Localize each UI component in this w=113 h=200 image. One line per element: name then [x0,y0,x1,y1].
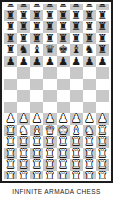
square: ♜ [96,159,109,171]
square: ♜ [96,136,109,148]
square: ♜ [4,44,17,56]
square: ♟ [57,56,70,68]
black-rook: ♜ [98,21,108,33]
square: ♝ [30,44,43,56]
chess-board-viewport: ♜♜♜♜♜♜♜♜♜♜♜♜♜♜♜♜♜♜♜♜♜♜♜♜♜♜♜♜♜♜♜♜♜♞♝♛♚♝♞♜… [4,4,109,179]
black-rook: ♜ [6,21,16,33]
black-pawn: ♟ [98,56,108,68]
square: ♜ [4,136,17,148]
square: ♜ [43,159,56,171]
black-rook: ♜ [19,21,29,33]
white-rook: ♜ [32,171,42,180]
white-rook: ♜ [32,136,42,148]
square: ♜ [4,21,17,33]
square [83,67,96,79]
square [83,90,96,102]
square: ♜ [17,171,30,180]
square: ♜ [57,21,70,33]
white-rook: ♜ [71,171,81,180]
black-queen: ♛ [45,44,55,56]
square: ♟ [96,56,109,68]
square: ♞ [83,44,96,56]
caption: INFINITE ARMADA CHESS [12,188,101,195]
black-king: ♚ [58,44,68,56]
square: ♜ [83,21,96,33]
black-rook: ♜ [71,21,81,33]
white-rook: ♜ [32,159,42,171]
square [96,90,109,102]
infinite-armada-chess-figure: ♜♜♜♜♜♜♜♜♜♜♜♜♜♜♜♜♜♜♜♜♜♜♜♜♜♜♜♜♜♜♜♜♜♞♝♛♚♝♞♜… [0,0,113,200]
black-rook: ♜ [32,21,42,33]
black-bishop: ♝ [32,44,42,56]
caption-bar: INFINITE ARMADA CHESS [0,183,113,200]
square [70,90,83,102]
square: ♜ [96,21,109,33]
square: ♜ [17,21,30,33]
white-pawn: ♟ [84,113,94,125]
square [17,67,30,79]
black-pawn: ♟ [45,56,55,68]
white-rook: ♜ [58,159,68,171]
black-pawn: ♟ [58,56,68,68]
square: ♜ [83,136,96,148]
square: ♜ [30,159,43,171]
square: ♟ [43,56,56,68]
white-rook: ♜ [45,171,55,180]
white-rook: ♜ [19,159,29,171]
black-pawn: ♟ [6,56,16,68]
square: ♟ [30,113,43,125]
white-rook: ♜ [71,159,81,171]
square: ♜ [30,21,43,33]
white-rook: ♜ [84,159,94,171]
square: ♟ [57,113,70,125]
square: ♜ [57,136,70,148]
square: ♜ [43,136,56,148]
square [57,79,70,91]
square: ♟ [30,56,43,68]
chess-board: ♜♜♜♜♜♜♜♜♜♜♜♜♜♜♜♜♜♜♜♜♜♜♜♜♜♜♜♜♜♜♜♜♜♞♝♛♚♝♞♜… [4,4,109,179]
square: ♜ [4,159,17,171]
square [57,90,70,102]
square: ♟ [4,56,17,68]
square [96,79,109,91]
square: ♟ [70,56,83,68]
white-rook: ♜ [6,159,16,171]
square [43,90,56,102]
square: ♞ [17,44,30,56]
square [17,90,30,102]
square: ♜ [70,159,83,171]
white-rook: ♜ [58,136,68,148]
square: ♜ [17,159,30,171]
square [43,67,56,79]
square: ♜ [43,171,56,180]
square: ♜ [96,44,109,56]
square: ♜ [57,159,70,171]
white-rook: ♜ [98,136,108,148]
white-pawn: ♟ [6,113,16,125]
white-rook: ♜ [84,171,94,180]
square: ♟ [70,113,83,125]
white-pawn: ♟ [98,113,108,125]
square: ♜ [17,136,30,148]
white-rook: ♜ [45,159,55,171]
square: ♜ [30,171,43,180]
square: ♛ [43,44,56,56]
white-pawn: ♟ [32,113,42,125]
square: ♜ [30,136,43,148]
square: ♟ [96,113,109,125]
square [83,79,96,91]
square [43,79,56,91]
square: ♟ [83,113,96,125]
black-pawn: ♟ [32,56,42,68]
square: ♜ [43,21,56,33]
white-rook: ♜ [45,136,55,148]
white-rook: ♜ [19,136,29,148]
square [70,79,83,91]
black-pawn: ♟ [19,56,29,68]
square [57,67,70,79]
white-rook: ♜ [84,136,94,148]
white-pawn: ♟ [58,113,68,125]
square: ♜ [70,171,83,180]
square: ♜ [83,159,96,171]
square: ♜ [70,21,83,33]
chess-board-frame: ♜♜♜♜♜♜♜♜♜♜♜♜♜♜♜♜♜♜♜♜♜♜♜♜♜♜♜♜♜♜♜♜♜♞♝♛♚♝♞♜… [0,0,113,183]
black-bishop: ♝ [71,44,81,56]
white-rook: ♜ [71,136,81,148]
square [70,67,83,79]
white-rook: ♜ [98,159,108,171]
square: ♟ [83,56,96,68]
white-rook: ♜ [6,171,16,180]
square: ♜ [57,171,70,180]
black-rook: ♜ [84,21,94,33]
black-rook: ♜ [45,21,55,33]
square [4,67,17,79]
square: ♜ [96,171,109,180]
white-pawn: ♟ [45,113,55,125]
square: ♜ [83,171,96,180]
white-rook: ♜ [98,171,108,180]
black-pawn: ♟ [71,56,81,68]
square [30,90,43,102]
white-rook: ♜ [19,171,29,180]
white-rook: ♜ [58,171,68,180]
black-knight: ♞ [84,44,94,56]
square: ♟ [43,113,56,125]
square [4,79,17,91]
square: ♜ [4,171,17,180]
black-rook: ♜ [6,44,16,56]
square: ♟ [17,56,30,68]
square [4,90,17,102]
white-pawn: ♟ [19,113,29,125]
square: ♚ [57,44,70,56]
square: ♟ [17,113,30,125]
square [17,79,30,91]
square: ♜ [70,136,83,148]
white-rook: ♜ [6,136,16,148]
black-rook: ♜ [58,21,68,33]
white-pawn: ♟ [71,113,81,125]
square [30,79,43,91]
square [96,67,109,79]
black-pawn: ♟ [84,56,94,68]
square: ♝ [70,44,83,56]
square: ♟ [4,113,17,125]
black-knight: ♞ [19,44,29,56]
square [30,67,43,79]
black-rook: ♜ [98,44,108,56]
